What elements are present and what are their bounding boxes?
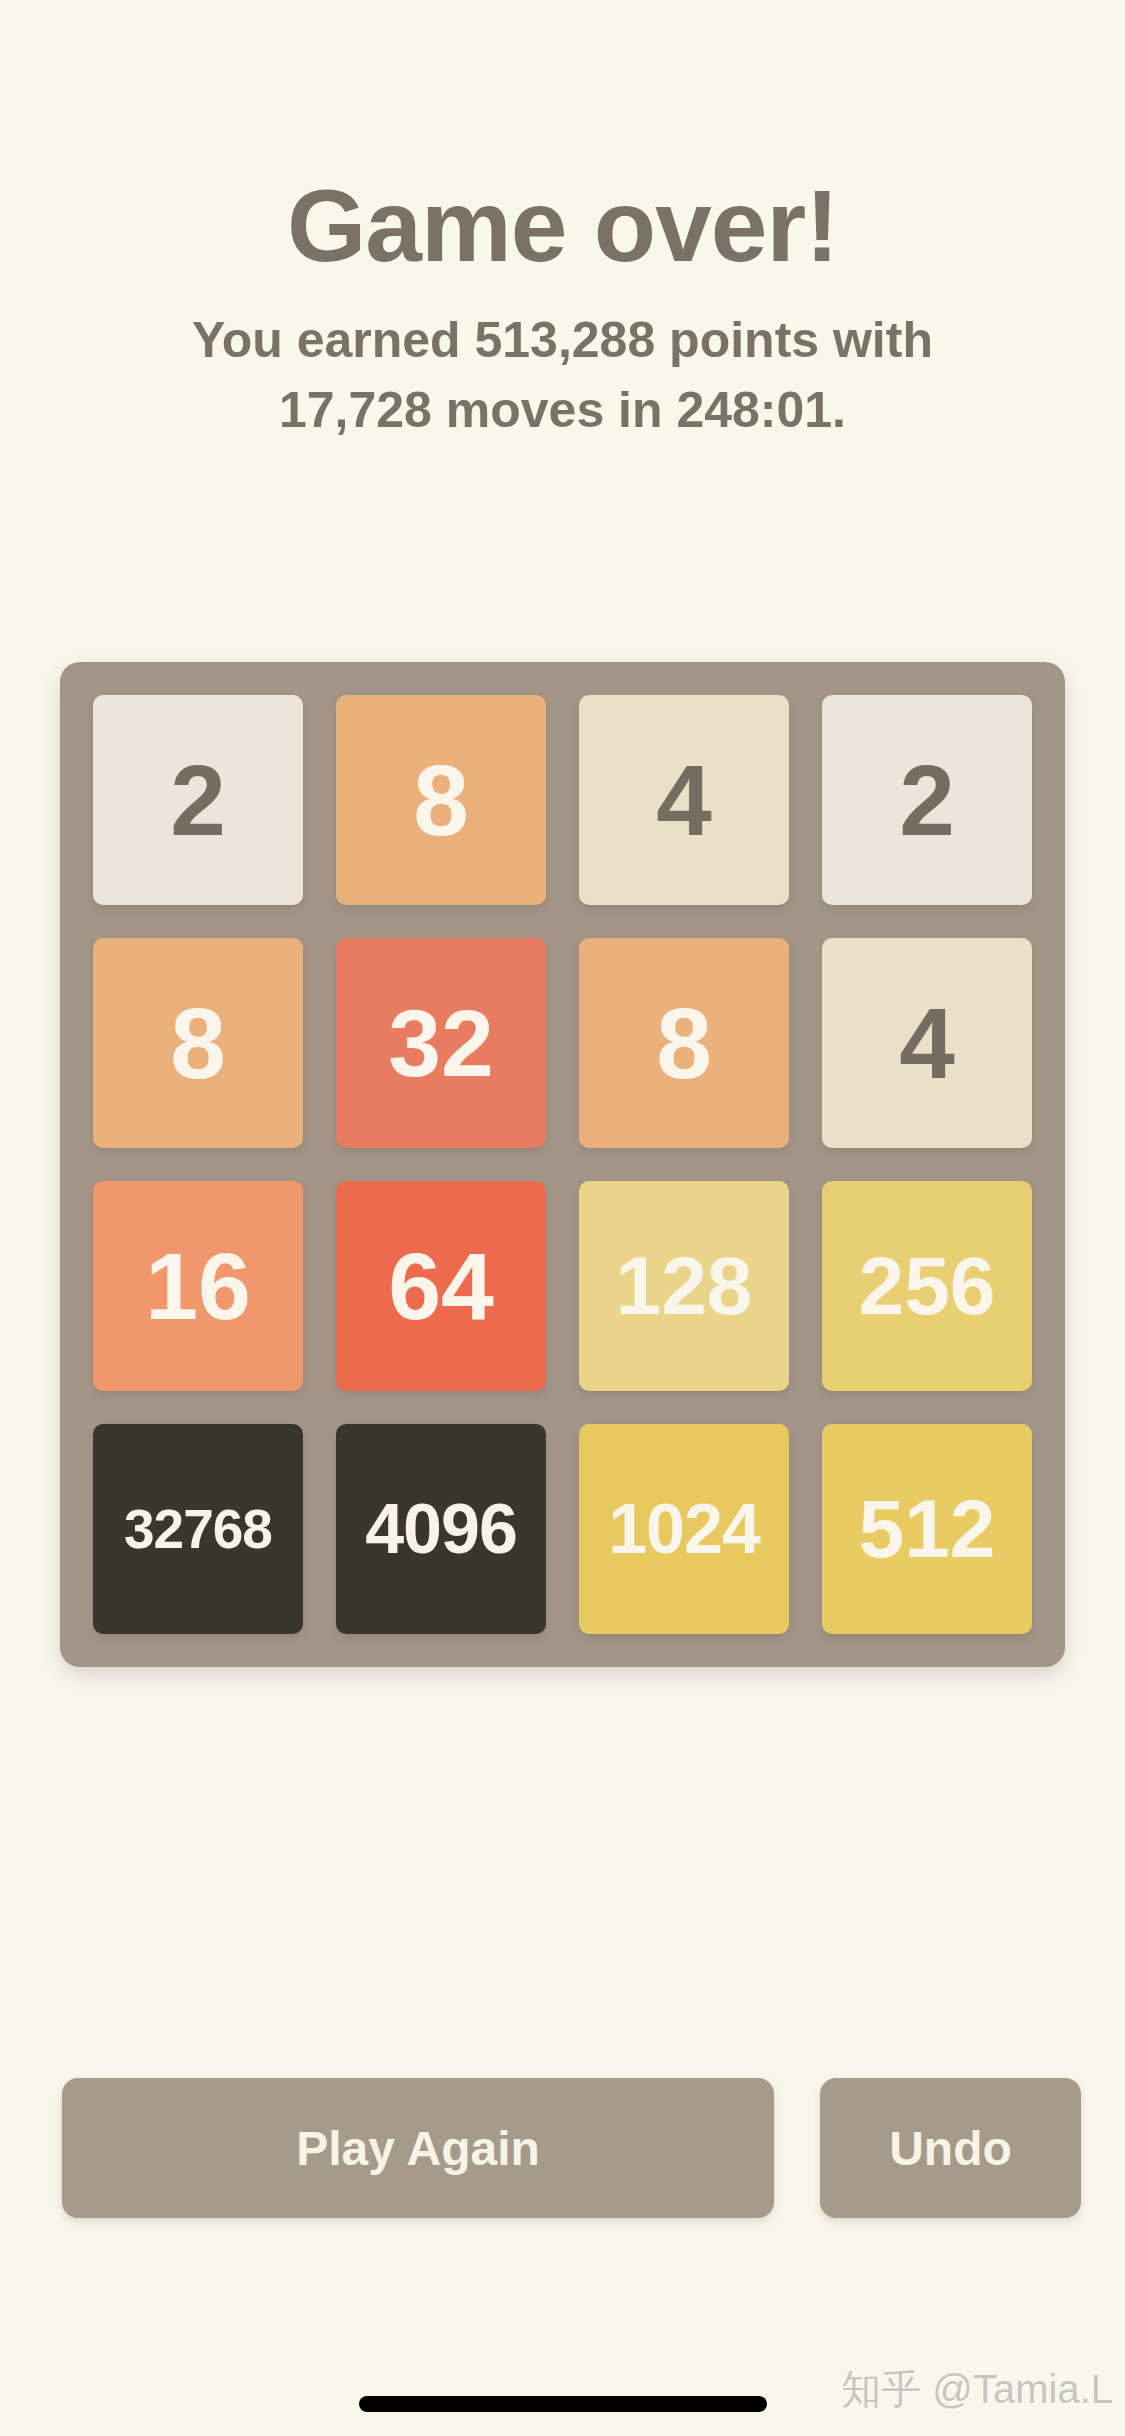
tile-r2c3-8: 8 <box>579 938 789 1148</box>
game-over-screen: Game over! You earned 513,288 points wit… <box>0 0 1125 2436</box>
tile-r3c4-256: 256 <box>822 1181 1032 1391</box>
watermark: 知乎 @Tamia.L <box>841 2362 1113 2417</box>
tile-r3c2-64: 64 <box>336 1181 546 1391</box>
undo-button[interactable]: Undo <box>820 2078 1081 2218</box>
stats-line-2: 17,728 moves in 248:01. <box>0 375 1125 445</box>
tile-r1c4-2: 2 <box>822 695 1032 905</box>
tile-r2c1-8: 8 <box>93 938 303 1148</box>
home-indicator[interactable] <box>359 2396 767 2412</box>
tile-r1c3-4: 4 <box>579 695 789 905</box>
tile-r4c2-4096: 4096 <box>336 1424 546 1634</box>
tile-r1c1-2: 2 <box>93 695 303 905</box>
tile-r3c1-16: 16 <box>93 1181 303 1391</box>
tile-r4c3-1024: 1024 <box>579 1424 789 1634</box>
tile-r2c4-4: 4 <box>822 938 1032 1148</box>
tile-r4c1-32768: 32768 <box>93 1424 303 1634</box>
tile-r1c2-8: 8 <box>336 695 546 905</box>
tile-r3c3-128: 128 <box>579 1181 789 1391</box>
board-2048[interactable]: 28428328416641282563276840961024512 <box>60 662 1065 1667</box>
stats-line-1: You earned 513,288 points with <box>0 305 1125 375</box>
tile-r4c4-512: 512 <box>822 1424 1032 1634</box>
game-over-title: Game over! <box>0 168 1125 285</box>
tile-r2c2-32: 32 <box>336 938 546 1148</box>
play-again-button[interactable]: Play Again <box>62 2078 774 2218</box>
game-over-stats-text: You earned 513,288 points with 17,728 mo… <box>0 305 1125 445</box>
